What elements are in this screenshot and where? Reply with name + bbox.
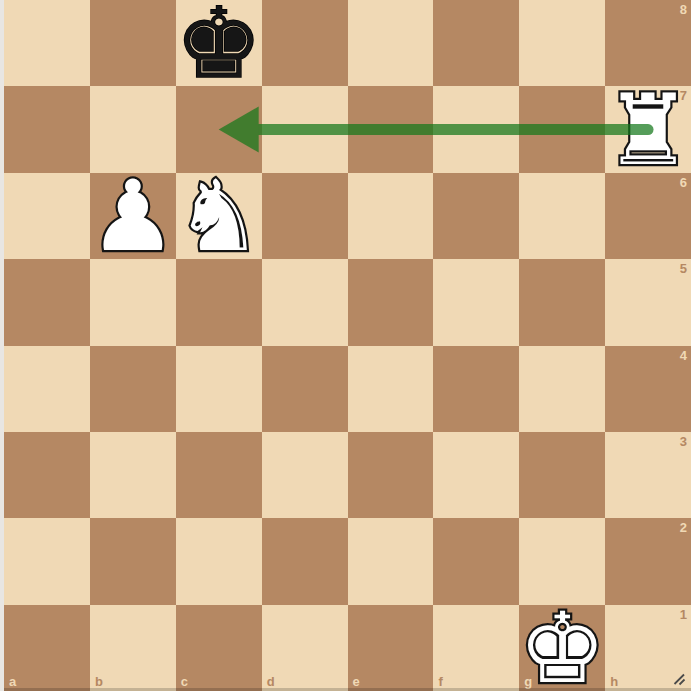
board-resize-handle-icon[interactable] (671, 671, 687, 687)
piece-white-king-g1[interactable]: ♚ (519, 604, 605, 691)
piece-white-rook-h7[interactable]: ♜ (605, 86, 691, 173)
piece-white-knight-c6[interactable]: ♞ (176, 172, 262, 259)
piece-black-king-c8[interactable]: ♚ (176, 0, 262, 87)
page-background: 8765432abcdefg1h ♚♜♟♞♚ (0, 0, 691, 691)
piece-white-pawn-b6[interactable]: ♟ (90, 172, 176, 259)
chess-board[interactable]: 8765432abcdefg1h ♚♜♟♞♚ (4, 0, 691, 691)
pieces-layer: ♚♜♟♞♚ (4, 0, 691, 691)
